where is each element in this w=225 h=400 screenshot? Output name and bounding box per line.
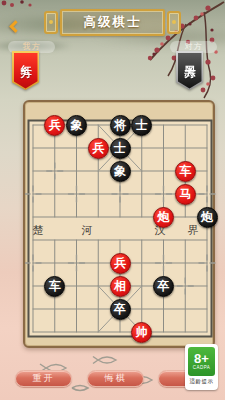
piece-red-horse[interactable]: 马 [175, 184, 196, 205]
banner-fill: 黑方 [178, 53, 202, 89]
xiangqi-board[interactable]: 楚河汉界兵象将士兵士象车马炮炮兵车相卒卒帅 [23, 100, 215, 348]
piece-red-cannon[interactable]: 炮 [153, 207, 174, 228]
piece-red-elephant[interactable]: 相 [110, 276, 131, 297]
piece-black-soldier[interactable]: 卒 [153, 276, 174, 297]
restart-button[interactable]: 重开 [15, 370, 72, 387]
piece-black-cannon[interactable]: 炮 [197, 207, 218, 228]
piece-red-soldier[interactable]: 兵 [88, 138, 109, 159]
river-text: 界 [186, 223, 200, 238]
back-icon [9, 20, 22, 33]
piece-black-chariot[interactable]: 车 [44, 276, 65, 297]
piece-red-general[interactable]: 帅 [131, 322, 152, 343]
plum-blossom-corner [0, 0, 34, 14]
piece-black-elephant[interactable]: 象 [110, 161, 131, 182]
piece-black-general[interactable]: 将 [110, 115, 131, 136]
river-text: 楚 [31, 223, 45, 238]
title-ornament-right [167, 11, 181, 34]
piece-red-soldier[interactable]: 兵 [110, 253, 131, 274]
back-button[interactable] [6, 18, 24, 36]
game-screen: 高级棋士 我方 对方 红方 黑方 楚河汉界兵象将士兵士象车马炮炮兵车相卒卒帅 重… [0, 0, 225, 400]
piece-black-elephant[interactable]: 象 [66, 115, 87, 136]
piece-black-soldier[interactable]: 卒 [110, 299, 131, 320]
piece-red-chariot[interactable]: 车 [175, 161, 196, 182]
red-banner-label: 红方 [18, 56, 33, 60]
age-rating-badge: 8+ CADPA 适龄提示 [185, 344, 218, 390]
title-ornament-left [44, 11, 58, 34]
piece-black-advisor[interactable]: 士 [131, 115, 152, 136]
black-banner-label: 黑方 [182, 56, 197, 60]
title-frame: 高级棋士 [44, 9, 181, 36]
age-rating-caption: 适龄提示 [185, 376, 218, 387]
title-box: 高级棋士 [60, 9, 165, 36]
black-side-banner: 黑方 [176, 51, 203, 90]
age-rating-number: 8+ [188, 352, 215, 365]
undo-button[interactable]: 悔棋 [87, 370, 144, 387]
red-side-banner: 红方 [12, 51, 39, 90]
banner-fill: 红方 [14, 53, 38, 89]
page-title: 高级棋士 [84, 14, 142, 31]
age-rating-green-box: 8+ CADPA [188, 347, 215, 376]
piece-black-advisor[interactable]: 士 [110, 138, 131, 159]
age-rating-org: CADPA [188, 365, 215, 371]
piece-red-soldier[interactable]: 兵 [44, 115, 65, 136]
river-text: 河 [80, 223, 94, 238]
